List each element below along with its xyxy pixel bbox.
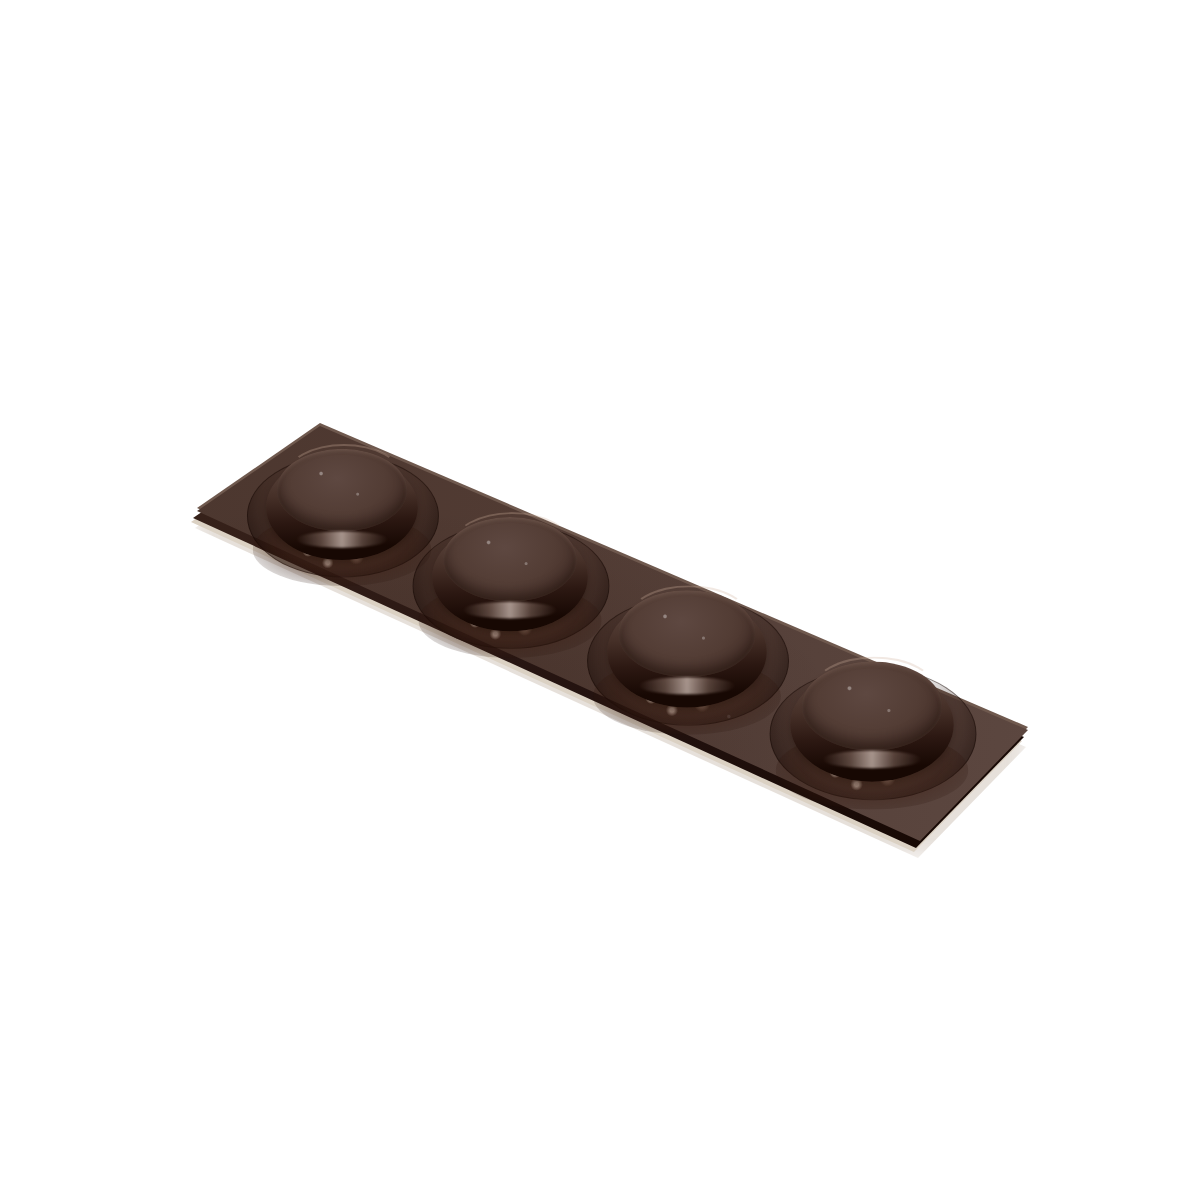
- product-photo: [0, 0, 1200, 1200]
- bumper-2-rim-highlight: [452, 512, 572, 579]
- bumper-4-rim-highlight: [811, 656, 937, 726]
- bumper-1-rim-highlight: [285, 444, 402, 509]
- bumper-pads: [197, 423, 1028, 838]
- bumper-2-specular-streak: [463, 602, 558, 619]
- bumper-4-specular-streak: [822, 751, 921, 769]
- bumper-3-specular-streak: [639, 677, 736, 694]
- bumper-1-specular-streak: [296, 531, 388, 547]
- bumper-strip: [197, 423, 1028, 838]
- bumper-3-rim-highlight: [627, 585, 750, 654]
